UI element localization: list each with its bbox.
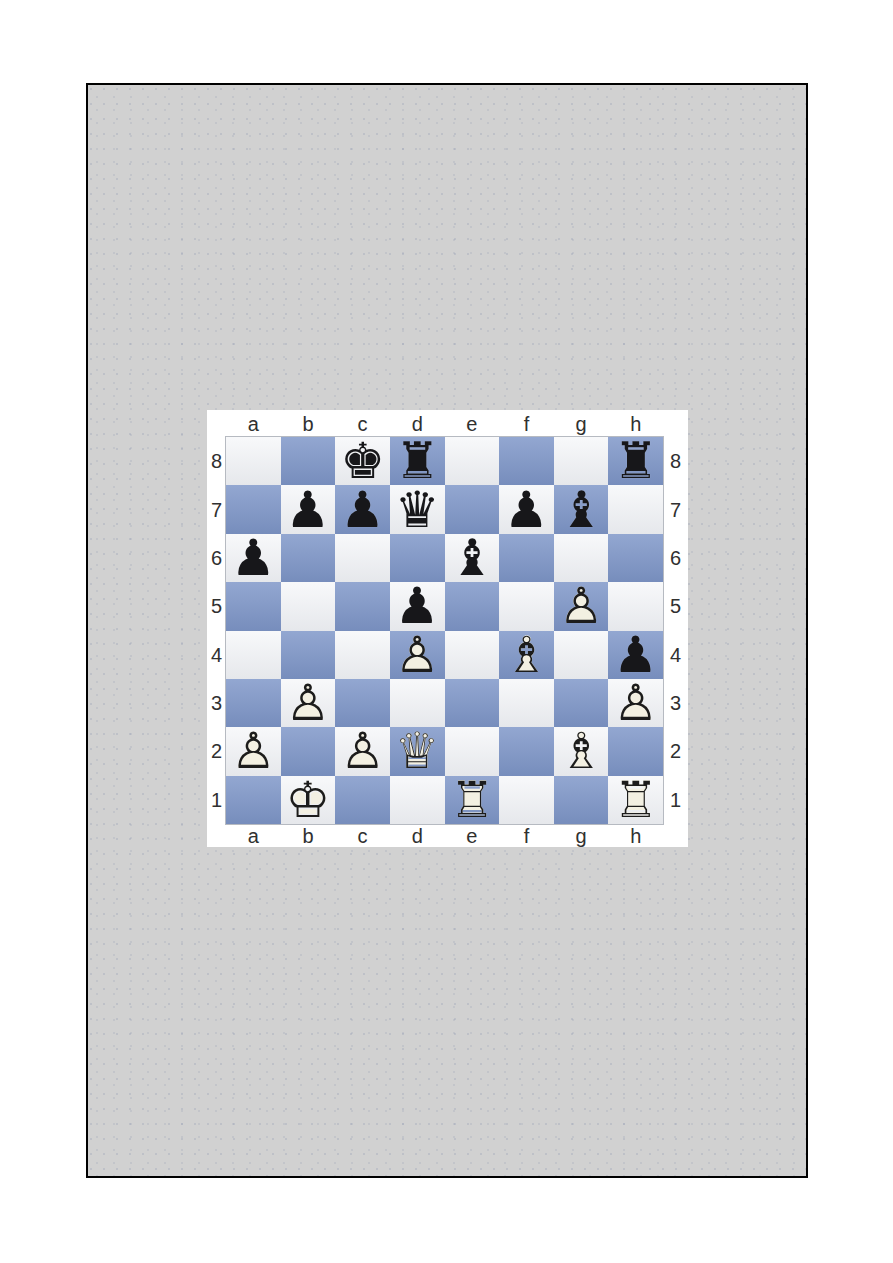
piece-black-bishop: ♝	[445, 534, 500, 582]
rank-label-left-3: 3	[207, 679, 226, 727]
piece-black-king: ♚	[335, 437, 390, 485]
square-f4: ♝♗	[499, 631, 554, 679]
rank-label-left-6: 6	[207, 534, 226, 582]
piece-black-pawn: ♟	[335, 485, 390, 533]
file-label-bottom-c: c	[335, 824, 390, 847]
piece-black-rook: ♜	[608, 437, 663, 485]
square-f5	[499, 582, 554, 630]
square-e5	[445, 582, 500, 630]
piece-white-bishop: ♝♗	[554, 727, 609, 775]
square-h7	[608, 485, 663, 533]
chess-board-squares: ♚♜♜♟♟♛♟♝♟♝♟♟♙♟♙♝♗♟♟♙♟♙♟♙♟♙♛♕♝♗♚♔♜♖♜♖	[226, 437, 663, 824]
square-g2: ♝♗	[554, 727, 609, 775]
square-b1: ♚♔	[281, 776, 336, 824]
piece-white-pawn: ♟♙	[554, 582, 609, 630]
square-c4	[335, 631, 390, 679]
piece-white-pawn: ♟♙	[608, 679, 663, 727]
square-g6	[554, 534, 609, 582]
square-h4: ♟	[608, 631, 663, 679]
rank-labels-right: 87654321	[663, 437, 688, 824]
square-c7: ♟	[335, 485, 390, 533]
square-g7: ♝	[554, 485, 609, 533]
piece-black-bishop: ♝	[554, 485, 609, 533]
square-d5: ♟	[390, 582, 445, 630]
rank-label-right-8: 8	[663, 437, 688, 485]
piece-black-pawn: ♟	[281, 485, 336, 533]
square-c6	[335, 534, 390, 582]
square-b8	[281, 437, 336, 485]
file-label-bottom-d: d	[390, 824, 445, 847]
square-b2	[281, 727, 336, 775]
file-label-top-c: c	[335, 410, 390, 437]
square-d2: ♛♕	[390, 727, 445, 775]
rank-label-right-5: 5	[663, 582, 688, 630]
square-a1	[226, 776, 281, 824]
square-e2	[445, 727, 500, 775]
document-frame: abcdefgh abcdefgh 87654321 87654321 ♚♜♜♟…	[86, 83, 808, 1178]
square-g5: ♟♙	[554, 582, 609, 630]
page-background: abcdefgh abcdefgh 87654321 87654321 ♚♜♜♟…	[0, 0, 893, 1263]
square-e1: ♜♖	[445, 776, 500, 824]
rank-label-right-1: 1	[663, 776, 688, 824]
square-b6	[281, 534, 336, 582]
rank-label-right-6: 6	[663, 534, 688, 582]
piece-white-bishop: ♝♗	[499, 631, 554, 679]
file-label-bottom-g: g	[554, 824, 609, 847]
piece-black-pawn: ♟	[390, 582, 445, 630]
piece-white-pawn: ♟♙	[281, 679, 336, 727]
square-h1: ♜♖	[608, 776, 663, 824]
piece-white-pawn: ♟♙	[335, 727, 390, 775]
square-h8: ♜	[608, 437, 663, 485]
square-h5	[608, 582, 663, 630]
piece-white-queen: ♛♕	[390, 727, 445, 775]
rank-label-left-2: 2	[207, 727, 226, 775]
square-d7: ♛	[390, 485, 445, 533]
file-label-top-g: g	[554, 410, 609, 437]
rank-label-left-1: 1	[207, 776, 226, 824]
square-g3	[554, 679, 609, 727]
square-a2: ♟♙	[226, 727, 281, 775]
piece-white-king: ♚♔	[281, 776, 336, 824]
file-label-bottom-f: f	[499, 824, 554, 847]
square-c8: ♚	[335, 437, 390, 485]
chess-diagram: abcdefgh abcdefgh 87654321 87654321 ♚♜♜♟…	[207, 410, 688, 847]
square-a3	[226, 679, 281, 727]
file-label-bottom-e: e	[445, 824, 500, 847]
piece-white-pawn: ♟♙	[390, 631, 445, 679]
square-c3	[335, 679, 390, 727]
piece-black-rook: ♜	[390, 437, 445, 485]
square-b7: ♟	[281, 485, 336, 533]
piece-white-rook: ♜♖	[445, 776, 500, 824]
piece-white-rook: ♜♖	[608, 776, 663, 824]
square-b5	[281, 582, 336, 630]
square-e4	[445, 631, 500, 679]
square-e6: ♝	[445, 534, 500, 582]
rank-label-left-5: 5	[207, 582, 226, 630]
square-c2: ♟♙	[335, 727, 390, 775]
square-f3	[499, 679, 554, 727]
square-f8	[499, 437, 554, 485]
piece-black-pawn: ♟	[608, 631, 663, 679]
square-b3: ♟♙	[281, 679, 336, 727]
file-label-top-a: a	[226, 410, 281, 437]
square-f1	[499, 776, 554, 824]
square-a5	[226, 582, 281, 630]
file-labels-top: abcdefgh	[226, 410, 663, 437]
square-g1	[554, 776, 609, 824]
square-e8	[445, 437, 500, 485]
square-g8	[554, 437, 609, 485]
file-label-top-h: h	[608, 410, 663, 437]
file-label-top-f: f	[499, 410, 554, 437]
piece-black-pawn: ♟	[226, 534, 281, 582]
square-c5	[335, 582, 390, 630]
square-d4: ♟♙	[390, 631, 445, 679]
file-label-bottom-h: h	[608, 824, 663, 847]
square-g4	[554, 631, 609, 679]
file-label-top-d: d	[390, 410, 445, 437]
file-label-top-e: e	[445, 410, 500, 437]
square-d6	[390, 534, 445, 582]
square-b4	[281, 631, 336, 679]
rank-label-left-7: 7	[207, 485, 226, 533]
square-f2	[499, 727, 554, 775]
square-f7: ♟	[499, 485, 554, 533]
file-labels-bottom: abcdefgh	[226, 824, 663, 847]
square-a6: ♟	[226, 534, 281, 582]
square-h3: ♟♙	[608, 679, 663, 727]
square-e3	[445, 679, 500, 727]
piece-white-pawn: ♟♙	[226, 727, 281, 775]
rank-labels-left: 87654321	[207, 437, 226, 824]
rank-label-right-3: 3	[663, 679, 688, 727]
square-a8	[226, 437, 281, 485]
square-e7	[445, 485, 500, 533]
square-f6	[499, 534, 554, 582]
piece-black-queen: ♛	[390, 485, 445, 533]
file-label-bottom-b: b	[281, 824, 336, 847]
square-c1	[335, 776, 390, 824]
rank-label-left-4: 4	[207, 631, 226, 679]
square-d8: ♜	[390, 437, 445, 485]
rank-label-right-2: 2	[663, 727, 688, 775]
piece-black-pawn: ♟	[499, 485, 554, 533]
square-h2	[608, 727, 663, 775]
square-a4	[226, 631, 281, 679]
square-a7	[226, 485, 281, 533]
square-d1	[390, 776, 445, 824]
rank-label-right-4: 4	[663, 631, 688, 679]
rank-label-left-8: 8	[207, 437, 226, 485]
square-d3	[390, 679, 445, 727]
file-label-bottom-a: a	[226, 824, 281, 847]
rank-label-right-7: 7	[663, 485, 688, 533]
file-label-top-b: b	[281, 410, 336, 437]
square-h6	[608, 534, 663, 582]
